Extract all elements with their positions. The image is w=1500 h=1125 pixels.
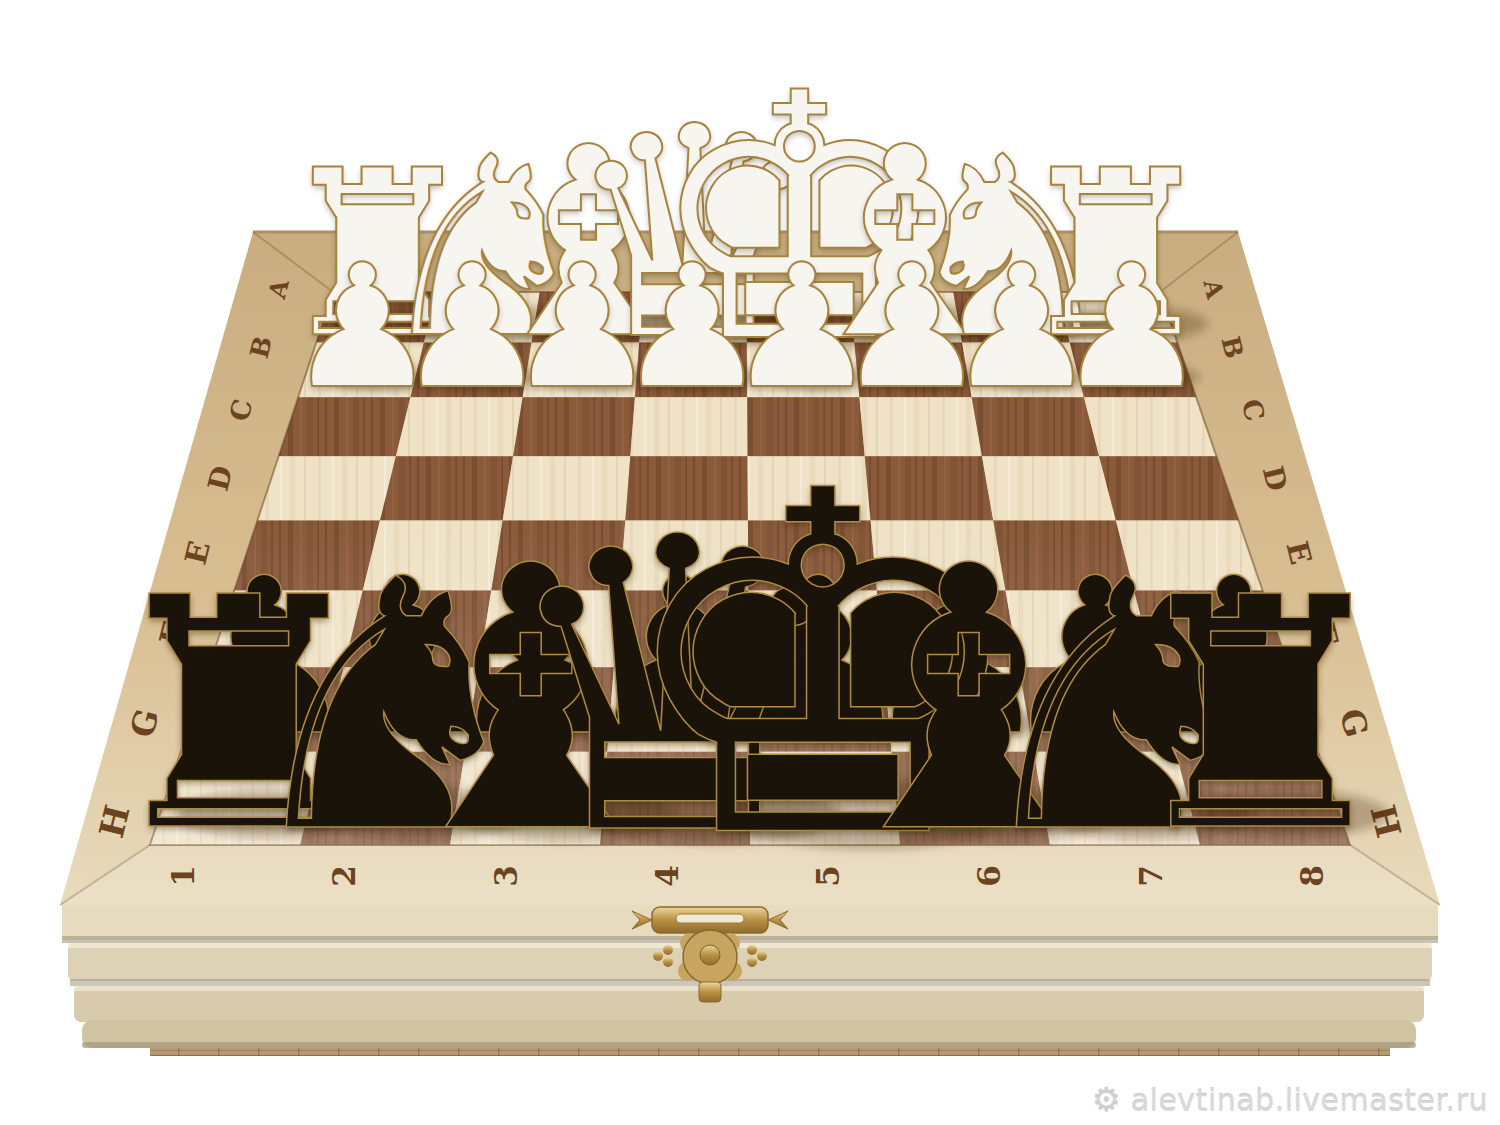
photo-stage: AABBCCDDEEFFGGHH12345678 ♜♞♝♛♚♝♞♜♟♟♟♟♟♟♟… — [0, 0, 1500, 1125]
chess-board: AABBCCDDEEFFGGHH12345678 — [0, 0, 1500, 1125]
square-D1 — [257, 456, 395, 520]
col-label-3: 3 — [488, 865, 524, 887]
square-C6 — [859, 397, 982, 456]
col-label-2: 2 — [326, 865, 362, 887]
square-C1 — [279, 397, 411, 456]
square-D2 — [380, 456, 513, 520]
col-label-5: 5 — [810, 865, 846, 887]
col-label-7: 7 — [1133, 865, 1169, 887]
square-C2 — [396, 397, 523, 456]
col-label-4: 4 — [649, 865, 685, 887]
square-C7 — [972, 397, 1100, 456]
square-C8 — [1084, 397, 1217, 456]
square-C4 — [630, 397, 747, 456]
watermark: ⚙ alevtinab.livemaster.ru — [1092, 1081, 1488, 1119]
square-D3 — [503, 456, 631, 520]
col-label-6: 6 — [971, 865, 1007, 887]
square-D8 — [1099, 456, 1238, 520]
square-D5 — [748, 456, 871, 520]
col-label-1: 1 — [165, 865, 201, 887]
col-label-8: 8 — [1294, 865, 1330, 887]
square-D7 — [982, 456, 1116, 520]
square-D6 — [865, 456, 993, 520]
watermark-text: alevtinab.livemaster.ru — [1131, 1083, 1488, 1118]
square-D4 — [625, 456, 748, 520]
gear-flower-icon: ⚙ — [1092, 1081, 1121, 1119]
square-C3 — [513, 397, 635, 456]
square-C5 — [747, 397, 865, 456]
